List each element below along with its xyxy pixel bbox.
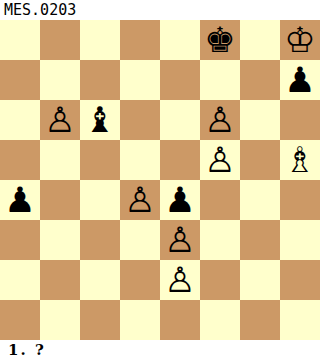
move-prompt: 1. ? <box>8 340 46 360</box>
square-a6[interactable] <box>0 100 40 140</box>
square-b2[interactable] <box>40 260 80 300</box>
square-f4[interactable] <box>200 180 240 220</box>
square-b7[interactable] <box>40 60 80 100</box>
white-king-h8: ♔ <box>284 20 315 60</box>
square-c4[interactable] <box>80 180 120 220</box>
black-king-f8: ♚ <box>204 20 235 60</box>
square-h6[interactable] <box>280 100 320 140</box>
black-pawn-e4: ♟ <box>164 180 195 220</box>
white-pawn-e2: ♙ <box>164 260 195 300</box>
square-h4[interactable] <box>280 180 320 220</box>
square-e2[interactable]: ♙ <box>160 260 200 300</box>
square-c2[interactable] <box>80 260 120 300</box>
puzzle-id: MES.0203 <box>4 0 76 20</box>
square-a7[interactable] <box>0 60 40 100</box>
black-pawn-a4: ♟ <box>4 180 35 220</box>
square-g5[interactable] <box>240 140 280 180</box>
square-g6[interactable] <box>240 100 280 140</box>
square-f8[interactable]: ♚ <box>200 20 240 60</box>
square-d3[interactable] <box>120 220 160 260</box>
square-a2[interactable] <box>0 260 40 300</box>
square-d1[interactable] <box>120 300 160 340</box>
square-d7[interactable] <box>120 60 160 100</box>
square-e8[interactable] <box>160 20 200 60</box>
square-a1[interactable] <box>0 300 40 340</box>
square-f6[interactable]: ♙ <box>200 100 240 140</box>
square-b5[interactable] <box>40 140 80 180</box>
square-f5[interactable]: ♙ <box>200 140 240 180</box>
square-c6[interactable]: ♝ <box>80 100 120 140</box>
title-bar: MES.0203 <box>0 0 320 20</box>
square-f7[interactable] <box>200 60 240 100</box>
black-bishop-c6: ♝ <box>84 100 115 140</box>
square-d2[interactable] <box>120 260 160 300</box>
square-d6[interactable] <box>120 100 160 140</box>
square-a8[interactable] <box>0 20 40 60</box>
square-c8[interactable] <box>80 20 120 60</box>
square-h3[interactable] <box>280 220 320 260</box>
square-d5[interactable] <box>120 140 160 180</box>
black-pawn-h7: ♟ <box>284 60 315 100</box>
square-g8[interactable] <box>240 20 280 60</box>
square-a3[interactable] <box>0 220 40 260</box>
caption-bar: 1. ? <box>0 340 320 360</box>
square-h1[interactable] <box>280 300 320 340</box>
square-b4[interactable] <box>40 180 80 220</box>
square-c7[interactable] <box>80 60 120 100</box>
square-h2[interactable] <box>280 260 320 300</box>
white-pawn-f5: ♙ <box>204 140 235 180</box>
white-pawn-b6: ♙ <box>44 100 75 140</box>
square-a4[interactable]: ♟ <box>0 180 40 220</box>
square-h5[interactable]: ♗ <box>280 140 320 180</box>
white-pawn-d4: ♙ <box>124 180 155 220</box>
square-h7[interactable]: ♟ <box>280 60 320 100</box>
white-pawn-f6: ♙ <box>204 100 235 140</box>
square-g3[interactable] <box>240 220 280 260</box>
square-c5[interactable] <box>80 140 120 180</box>
square-d4[interactable]: ♙ <box>120 180 160 220</box>
square-g4[interactable] <box>240 180 280 220</box>
square-b8[interactable] <box>40 20 80 60</box>
square-g2[interactable] <box>240 260 280 300</box>
square-g1[interactable] <box>240 300 280 340</box>
square-e3[interactable]: ♙ <box>160 220 200 260</box>
square-b6[interactable]: ♙ <box>40 100 80 140</box>
white-bishop-h5: ♗ <box>284 140 315 180</box>
square-b1[interactable] <box>40 300 80 340</box>
square-e1[interactable] <box>160 300 200 340</box>
square-c1[interactable] <box>80 300 120 340</box>
chess-board: ♚♔♟♙♝♙♙♗♟♙♟♙♙ <box>0 20 320 340</box>
square-f3[interactable] <box>200 220 240 260</box>
square-e7[interactable] <box>160 60 200 100</box>
square-a5[interactable] <box>0 140 40 180</box>
square-c3[interactable] <box>80 220 120 260</box>
white-pawn-e3: ♙ <box>164 220 195 260</box>
chess-puzzle-page: MES.0203 ♚♔♟♙♝♙♙♗♟♙♟♙♙ 1. ? <box>0 0 320 360</box>
square-f1[interactable] <box>200 300 240 340</box>
square-b3[interactable] <box>40 220 80 260</box>
square-e5[interactable] <box>160 140 200 180</box>
square-g7[interactable] <box>240 60 280 100</box>
square-e4[interactable]: ♟ <box>160 180 200 220</box>
square-f2[interactable] <box>200 260 240 300</box>
square-d8[interactable] <box>120 20 160 60</box>
square-e6[interactable] <box>160 100 200 140</box>
square-h8[interactable]: ♔ <box>280 20 320 60</box>
